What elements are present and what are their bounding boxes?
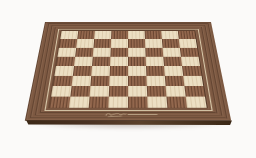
square-d4 <box>110 66 128 76</box>
square-g5 <box>163 57 182 66</box>
square-a1 <box>49 97 70 108</box>
square-b4 <box>73 66 92 76</box>
square-e7 <box>128 39 145 48</box>
square-b8 <box>77 31 95 39</box>
square-d1 <box>108 97 128 108</box>
square-f4 <box>146 66 165 76</box>
square-g3 <box>165 76 185 86</box>
square-e2 <box>128 86 147 97</box>
square-e5 <box>128 57 146 66</box>
square-f8 <box>145 31 162 39</box>
board-side-edge <box>25 120 233 125</box>
chess-board <box>25 22 231 121</box>
square-g4 <box>164 66 183 76</box>
square-a6 <box>57 48 76 57</box>
square-g8 <box>161 31 179 39</box>
square-a7 <box>59 39 77 48</box>
product-photo-scene <box>0 0 256 158</box>
square-a2 <box>51 86 71 97</box>
square-a4 <box>54 66 74 76</box>
square-h1 <box>186 97 207 108</box>
square-e1 <box>128 97 148 108</box>
square-c3 <box>90 76 109 86</box>
square-c6 <box>93 48 111 57</box>
square-f7 <box>145 39 163 48</box>
square-h2 <box>184 86 204 97</box>
square-f2 <box>147 86 167 97</box>
square-h8 <box>178 31 196 39</box>
square-e4 <box>128 66 146 76</box>
square-h6 <box>180 48 199 57</box>
square-b2 <box>70 86 90 97</box>
square-b6 <box>75 48 93 57</box>
square-h7 <box>179 39 197 48</box>
square-a3 <box>53 76 73 86</box>
square-c4 <box>91 66 110 76</box>
brand-signature-flourish <box>104 111 162 118</box>
playing-field-8x8 <box>49 31 206 108</box>
square-d3 <box>109 76 128 86</box>
square-e3 <box>128 76 147 86</box>
square-c5 <box>92 57 110 66</box>
square-f3 <box>146 76 165 86</box>
square-b5 <box>74 57 93 66</box>
square-f1 <box>147 97 167 108</box>
square-g7 <box>162 39 180 48</box>
square-b1 <box>69 97 90 108</box>
square-d6 <box>110 48 128 57</box>
square-c7 <box>93 39 111 48</box>
square-e6 <box>128 48 146 57</box>
square-g1 <box>166 97 187 108</box>
square-c2 <box>90 86 110 97</box>
square-c1 <box>89 97 109 108</box>
square-d2 <box>109 86 128 97</box>
square-g2 <box>166 86 186 97</box>
square-f6 <box>145 48 163 57</box>
square-d5 <box>110 57 128 66</box>
square-b7 <box>76 39 94 48</box>
square-d7 <box>111 39 128 48</box>
square-a8 <box>60 31 78 39</box>
square-c8 <box>94 31 111 39</box>
square-a5 <box>56 57 75 66</box>
square-h4 <box>182 66 202 76</box>
square-h3 <box>183 76 203 86</box>
square-h5 <box>181 57 200 66</box>
square-g6 <box>163 48 181 57</box>
square-e8 <box>128 31 145 39</box>
square-b3 <box>72 76 92 86</box>
square-f5 <box>146 57 164 66</box>
square-d8 <box>111 31 128 39</box>
